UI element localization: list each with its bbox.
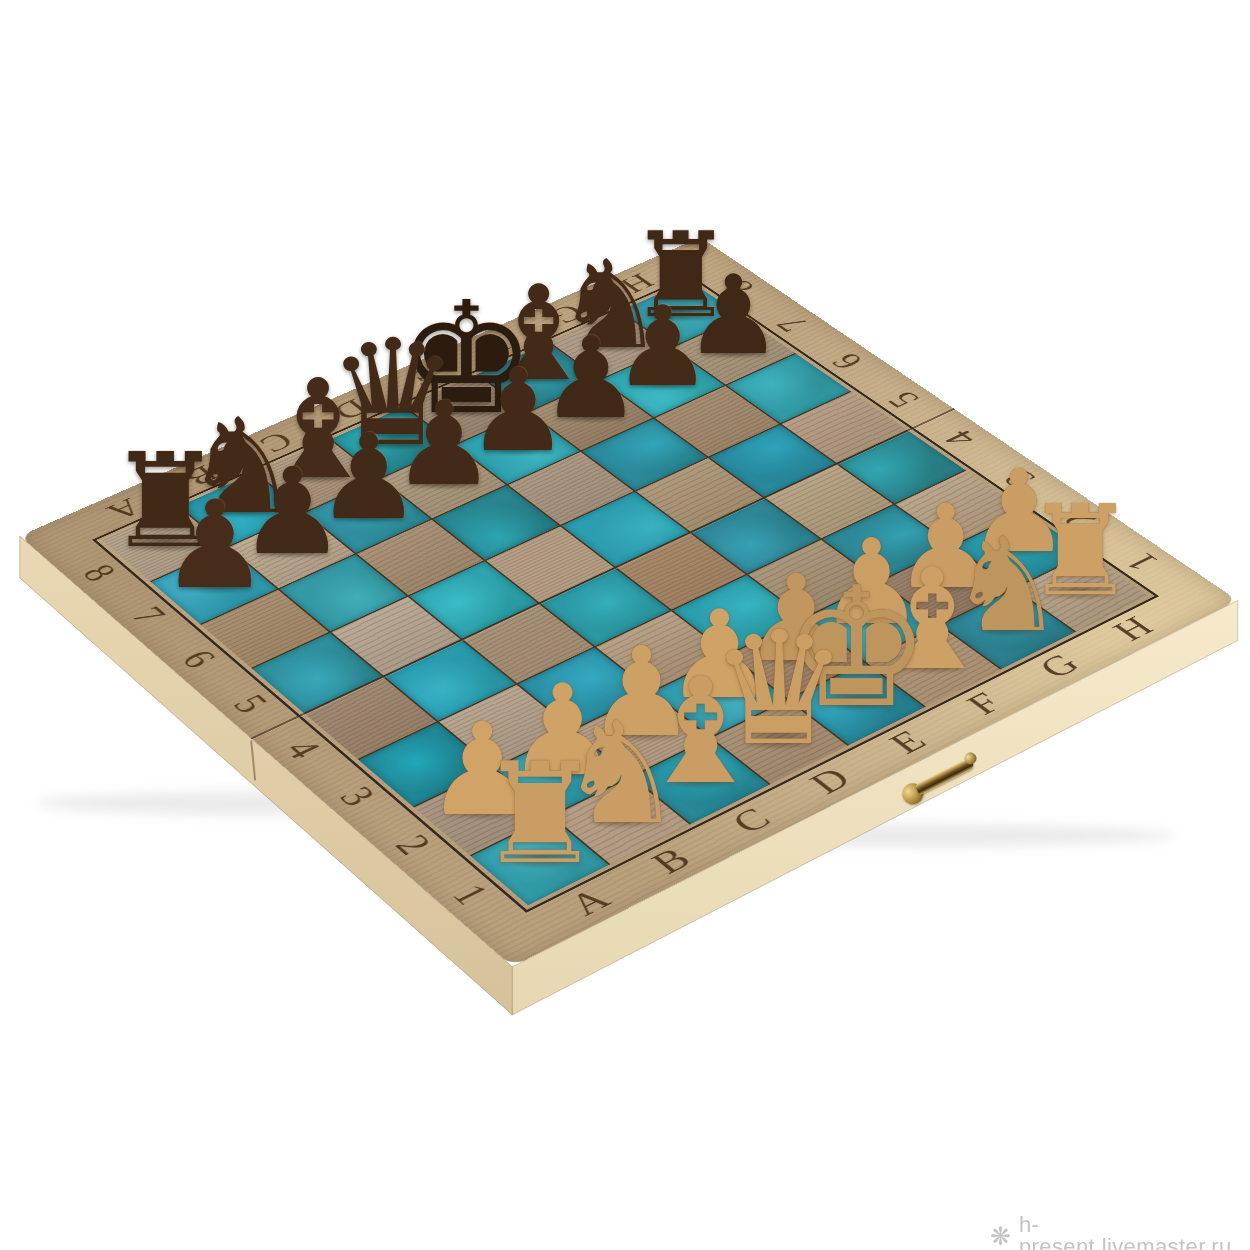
file-label-front-e: E [883,726,934,759]
file-label-front-h: H [1106,613,1160,646]
rank-label-right-4: 4 [937,426,983,451]
rank-label-right-1: 1 [1117,548,1165,575]
file-label-front-d: D [803,764,858,799]
file-label-front-b: B [645,843,698,879]
watermark-text: h-present.livemaster.ru [1019,1214,1250,1250]
rank-label-left-8: 8 [76,560,124,586]
rank-label-right-3: 3 [996,466,1043,491]
product-photo: AABBCCDDEEFFGGHH1122334455667788 ♜♞♝♛♚♝♞… [0,0,1250,1250]
file-label-front-f: F [960,688,1009,719]
rank-label-left-2: 2 [387,830,438,860]
file-label-front-c: C [725,803,778,838]
rank-label-left-5: 5 [225,690,275,718]
snowflake-icon: ❋ [990,1224,1011,1249]
rank-label-left-4: 4 [278,735,328,764]
rank-label-right-8: 8 [717,276,761,299]
rank-label-left-1: 1 [444,879,496,910]
file-label-front-g: G [1032,649,1086,683]
rank-label-left-3: 3 [332,782,383,811]
rank-label-right-2: 2 [1056,507,1104,533]
rank-label-right-6: 6 [825,350,870,374]
watermark: ❋ h-present.livemaster.ru [990,1214,1250,1250]
rank-label-left-6: 6 [174,645,223,672]
file-label-back-f: F [475,333,517,358]
rank-label-right-7: 7 [770,313,815,336]
rank-label-left-7: 7 [124,602,172,629]
rank-label-right-5: 5 [880,387,926,411]
